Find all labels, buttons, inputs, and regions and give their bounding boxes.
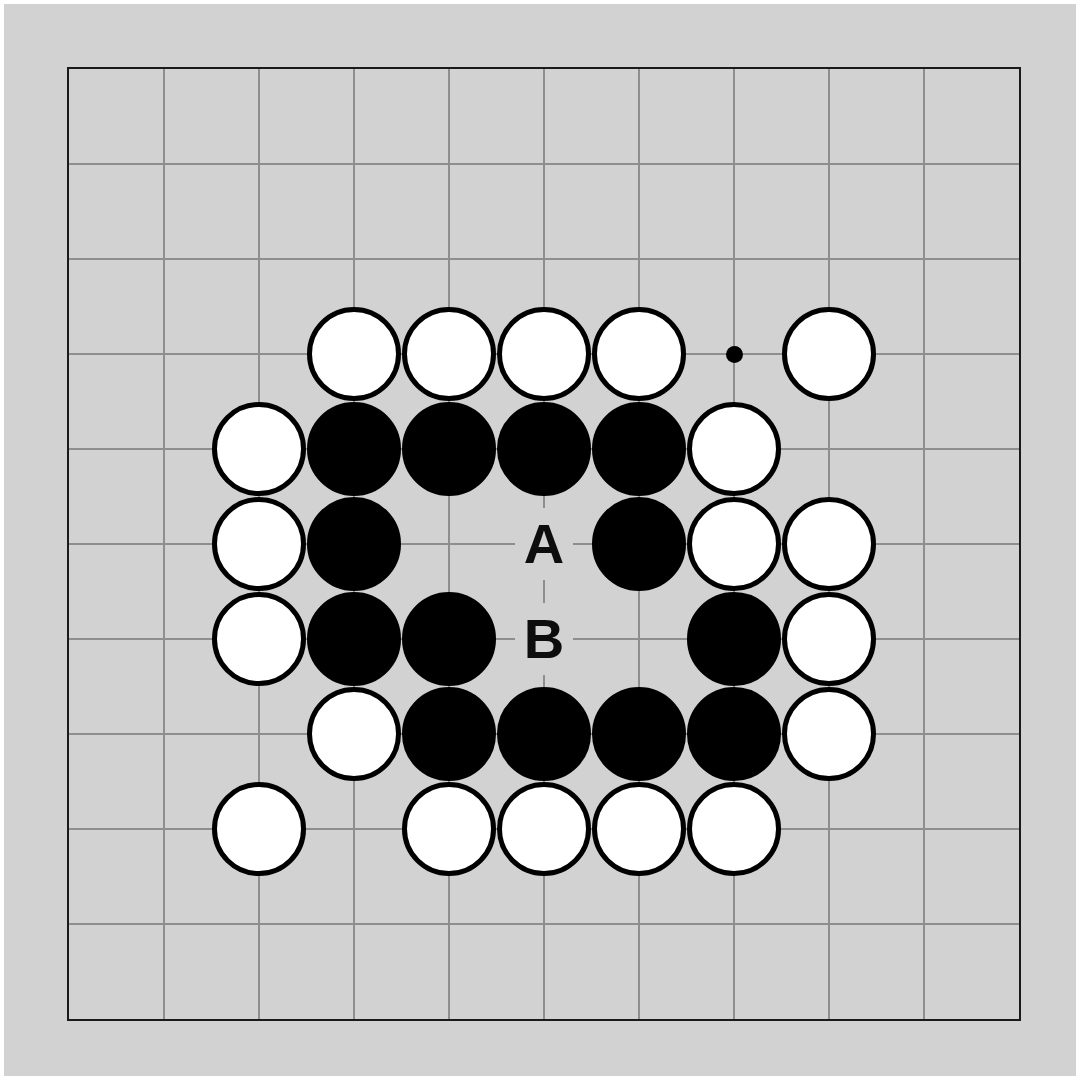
white-stone [687, 497, 781, 591]
diagram-canvas: AB [0, 0, 1080, 1080]
white-stone [782, 592, 876, 686]
white-stone [592, 307, 686, 401]
black-stone [402, 592, 496, 686]
diagram-background: AB [4, 4, 1076, 1076]
black-stone [307, 592, 401, 686]
white-stone [402, 782, 496, 876]
white-stone [212, 497, 306, 591]
black-stone [307, 402, 401, 496]
black-stone [497, 687, 591, 781]
white-stone [402, 307, 496, 401]
point-label-b: B [515, 603, 573, 675]
point-label-a: A [515, 508, 573, 580]
star-point-dot [726, 346, 743, 363]
black-stone [687, 592, 781, 686]
black-stone [592, 402, 686, 496]
black-stone [592, 687, 686, 781]
white-stone [497, 782, 591, 876]
white-stone [307, 307, 401, 401]
grid-line-vertical [923, 69, 925, 1019]
black-stone [592, 497, 686, 591]
black-stone [402, 687, 496, 781]
white-stone [782, 497, 876, 591]
white-stone [212, 402, 306, 496]
white-stone [782, 687, 876, 781]
white-stone [687, 402, 781, 496]
grid-line-horizontal [69, 923, 1019, 925]
white-stone [592, 782, 686, 876]
white-stone [687, 782, 781, 876]
white-stone [212, 782, 306, 876]
black-stone [497, 402, 591, 496]
white-stone [307, 687, 401, 781]
black-stone [687, 687, 781, 781]
black-stone [402, 402, 496, 496]
black-stone [307, 497, 401, 591]
white-stone [497, 307, 591, 401]
white-stone [782, 307, 876, 401]
white-stone [212, 592, 306, 686]
go-board[interactable]: AB [67, 67, 1021, 1021]
